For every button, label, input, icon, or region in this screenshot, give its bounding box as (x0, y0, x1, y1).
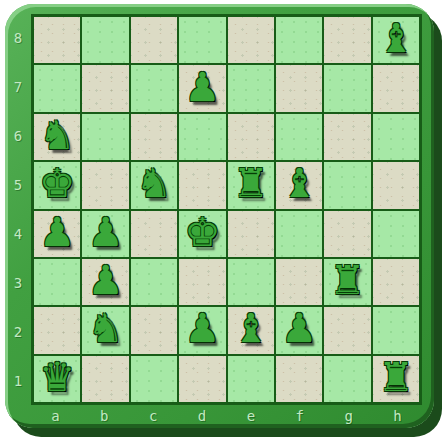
board-square-f3[interactable] (276, 259, 322, 305)
board-square-a8[interactable] (34, 17, 80, 63)
board-square-b1[interactable] (82, 356, 128, 402)
board-square-a5[interactable]: ♚ (34, 162, 80, 208)
board-square-e5[interactable]: ♜ (228, 162, 274, 208)
file-label-c: c (129, 405, 178, 427)
chess-piece-queen-a1[interactable]: ♛ (39, 357, 75, 397)
file-label-h: h (373, 405, 422, 427)
board-square-h7[interactable] (373, 65, 419, 111)
board-square-h4[interactable] (373, 211, 419, 257)
board-square-h6[interactable] (373, 114, 419, 160)
rank-label-4: 4 (5, 210, 31, 259)
board-square-c6[interactable] (131, 114, 177, 160)
chess-piece-pawn-b4[interactable]: ♟ (88, 212, 124, 252)
board-square-f1[interactable] (276, 356, 322, 402)
chess-piece-bishop-f5[interactable]: ♝ (281, 163, 317, 203)
file-label-g: g (324, 405, 373, 427)
chess-piece-knight-b2[interactable]: ♞ (88, 308, 124, 348)
rank-label-6: 6 (5, 112, 31, 161)
board-square-h1[interactable]: ♜ (373, 356, 419, 402)
rank-labels: 87654321 (5, 14, 31, 405)
board-square-e3[interactable] (228, 259, 274, 305)
file-label-e: e (227, 405, 276, 427)
board-square-a4[interactable]: ♟ (34, 211, 80, 257)
chess-piece-king-d4[interactable]: ♚ (184, 212, 220, 252)
board-square-b6[interactable] (82, 114, 128, 160)
rank-label-5: 5 (5, 161, 31, 210)
board-square-g5[interactable] (324, 162, 370, 208)
rank-label-3: 3 (5, 258, 31, 307)
board-square-f5[interactable]: ♝ (276, 162, 322, 208)
chess-piece-pawn-a4[interactable]: ♟ (39, 212, 75, 252)
board-square-h5[interactable] (373, 162, 419, 208)
board-square-e7[interactable] (228, 65, 274, 111)
board-square-d3[interactable] (179, 259, 225, 305)
board-square-h2[interactable] (373, 307, 419, 353)
chess-piece-pawn-f2[interactable]: ♟ (281, 308, 317, 348)
board-square-c4[interactable] (131, 211, 177, 257)
board-square-e2[interactable]: ♝ (228, 307, 274, 353)
board-square-h8[interactable]: ♝ (373, 17, 419, 63)
board-square-c7[interactable] (131, 65, 177, 111)
board-square-c8[interactable] (131, 17, 177, 63)
board-square-b4[interactable]: ♟ (82, 211, 128, 257)
board-square-g1[interactable] (324, 356, 370, 402)
board-square-g4[interactable] (324, 211, 370, 257)
board-square-d4[interactable]: ♚ (179, 211, 225, 257)
board-square-f6[interactable] (276, 114, 322, 160)
rank-label-8: 8 (5, 14, 31, 63)
file-label-d: d (178, 405, 227, 427)
file-labels: abcdefgh (31, 405, 422, 427)
chess-piece-bishop-h8[interactable]: ♝ (378, 18, 414, 58)
board-square-g6[interactable] (324, 114, 370, 160)
chess-piece-bishop-e2[interactable]: ♝ (233, 308, 269, 348)
board-square-b5[interactable] (82, 162, 128, 208)
board-square-c3[interactable] (131, 259, 177, 305)
board-square-g2[interactable] (324, 307, 370, 353)
board-square-b8[interactable] (82, 17, 128, 63)
chess-piece-pawn-d2[interactable]: ♟ (184, 308, 220, 348)
board-square-a1[interactable]: ♛ (34, 356, 80, 402)
chess-board[interactable]: ♝♟♞♚♞♜♝♟♟♚♟♜♞♟♝♟♛♜ (31, 14, 422, 405)
board-square-g3[interactable]: ♜ (324, 259, 370, 305)
board-square-a7[interactable] (34, 65, 80, 111)
board-square-e1[interactable] (228, 356, 274, 402)
file-label-f: f (275, 405, 324, 427)
chess-piece-rook-g3[interactable]: ♜ (330, 260, 366, 300)
board-square-d2[interactable]: ♟ (179, 307, 225, 353)
board-square-d5[interactable] (179, 162, 225, 208)
board-square-e8[interactable] (228, 17, 274, 63)
board-square-f7[interactable] (276, 65, 322, 111)
chess-piece-rook-e5[interactable]: ♜ (233, 163, 269, 203)
board-square-d1[interactable] (179, 356, 225, 402)
board-square-b3[interactable]: ♟ (82, 259, 128, 305)
board-square-h3[interactable] (373, 259, 419, 305)
chess-piece-king-a5[interactable]: ♚ (39, 163, 75, 203)
board-square-g7[interactable] (324, 65, 370, 111)
board-square-f8[interactable] (276, 17, 322, 63)
board-square-c1[interactable] (131, 356, 177, 402)
rank-label-1: 1 (5, 356, 31, 405)
file-label-a: a (31, 405, 80, 427)
chess-piece-pawn-b3[interactable]: ♟ (88, 260, 124, 300)
chess-piece-knight-c5[interactable]: ♞ (136, 163, 172, 203)
rank-label-2: 2 (5, 307, 31, 356)
board-square-c2[interactable] (131, 307, 177, 353)
board-square-f4[interactable] (276, 211, 322, 257)
rank-label-7: 7 (5, 63, 31, 112)
file-label-b: b (80, 405, 129, 427)
board-square-f2[interactable]: ♟ (276, 307, 322, 353)
board-square-c5[interactable]: ♞ (131, 162, 177, 208)
board-square-e4[interactable] (228, 211, 274, 257)
board-square-a6[interactable]: ♞ (34, 114, 80, 160)
board-square-b2[interactable]: ♞ (82, 307, 128, 353)
board-square-a3[interactable] (34, 259, 80, 305)
board-square-d8[interactable] (179, 17, 225, 63)
chess-piece-rook-h1[interactable]: ♜ (378, 357, 414, 397)
board-square-d6[interactable] (179, 114, 225, 160)
board-square-a2[interactable] (34, 307, 80, 353)
board-square-b7[interactable] (82, 65, 128, 111)
board-square-e6[interactable] (228, 114, 274, 160)
board-square-d7[interactable]: ♟ (179, 65, 225, 111)
chess-piece-pawn-d7[interactable]: ♟ (184, 67, 220, 107)
board-square-g8[interactable] (324, 17, 370, 63)
chess-piece-knight-a6[interactable]: ♞ (39, 115, 75, 155)
